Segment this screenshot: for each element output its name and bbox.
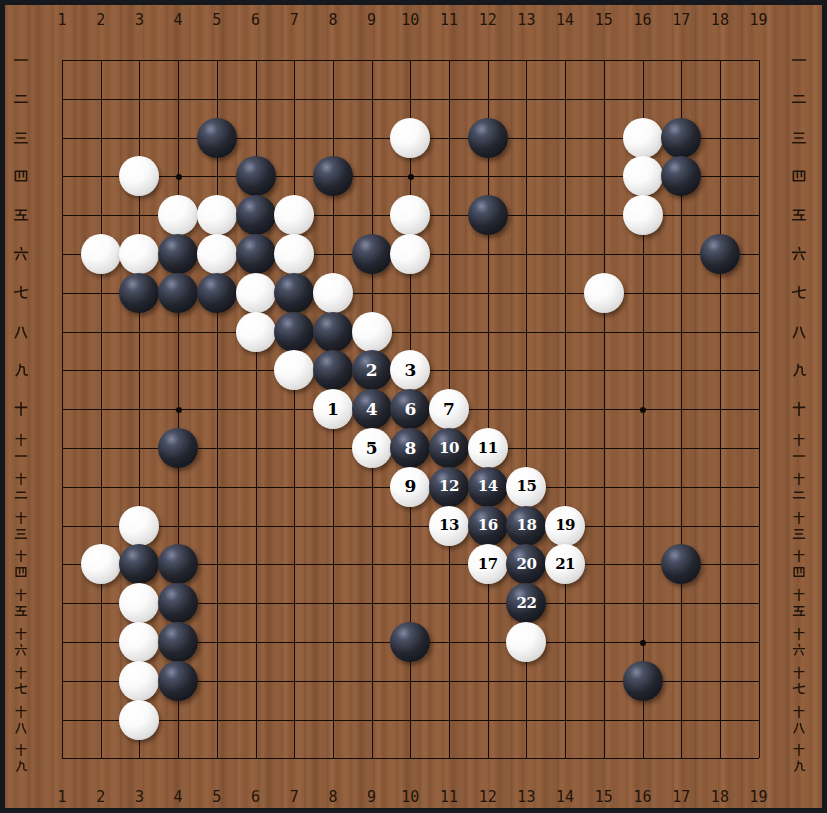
kanji-glyph [792, 604, 806, 618]
move-number-label: 20 [516, 557, 536, 572]
kanji-glyph [791, 285, 807, 301]
grid-line-row-2 [62, 99, 759, 100]
kanji-glyph [792, 449, 806, 463]
kanji-glyph [14, 472, 28, 486]
kanji-glyph [13, 168, 29, 184]
row-label-left-8 [9, 320, 33, 344]
kanji-glyph [14, 743, 28, 757]
kanji-glyph [14, 488, 28, 502]
move-16-stone-black: 16 [468, 506, 508, 546]
column-label-bottom-18: 18 [707, 785, 733, 809]
grid-line-row-1 [62, 60, 759, 61]
move-number-label: 5 [366, 440, 378, 457]
stone-white-3-13 [119, 506, 159, 546]
go-board-frame: 1122334455667788991010111112121313141415… [0, 0, 827, 813]
move-number-label: 11 [478, 441, 498, 456]
stone-white-5-6 [197, 234, 237, 274]
kanji-glyph [14, 449, 28, 463]
kanji-glyph [792, 488, 806, 502]
kanji-glyph [791, 91, 807, 107]
column-label-bottom-17: 17 [668, 785, 694, 809]
stone-black-5-3 [197, 118, 237, 158]
move-number-label: 12 [439, 479, 459, 494]
stone-black-4-15 [158, 583, 198, 623]
column-label-bottom-13: 13 [513, 785, 539, 809]
row-label-right-1 [787, 48, 811, 72]
column-label-top-1: 1 [49, 8, 75, 32]
kanji-glyph [14, 511, 28, 525]
move-11-stone-white: 11 [468, 428, 508, 468]
row-label-left-13 [9, 509, 33, 543]
row-label-right-6 [787, 242, 811, 266]
kanji-glyph [14, 565, 28, 579]
stone-black-5-7 [197, 273, 237, 313]
row-label-left-3 [9, 126, 33, 150]
move-number-label: 13 [439, 518, 459, 533]
kanji-glyph [792, 549, 806, 563]
stone-white-4-5 [158, 195, 198, 235]
column-label-bottom-14: 14 [552, 785, 578, 809]
column-label-top-6: 6 [243, 8, 269, 32]
column-label-bottom-16: 16 [630, 785, 656, 809]
row-label-left-11 [9, 431, 33, 465]
column-label-top-18: 18 [707, 8, 733, 32]
grid-line-row-19 [62, 758, 759, 759]
column-label-top-12: 12 [475, 8, 501, 32]
row-label-right-5 [787, 203, 811, 227]
kanji-glyph [13, 246, 29, 262]
row-label-left-10 [9, 397, 33, 421]
stone-black-4-7 [158, 273, 198, 313]
move-19-stone-white: 19 [545, 506, 585, 546]
stone-black-16-17 [623, 661, 663, 701]
column-label-top-11: 11 [436, 8, 462, 32]
column-label-top-2: 2 [88, 8, 114, 32]
star-point-4-4 [176, 174, 182, 180]
move-13-stone-white: 13 [429, 506, 469, 546]
kanji-glyph [13, 362, 29, 378]
stone-black-17-3 [661, 118, 701, 158]
move-number-label: 14 [478, 479, 498, 494]
kanji-glyph [791, 324, 807, 340]
move-number-label: 9 [404, 478, 416, 495]
move-14-stone-black: 14 [468, 467, 508, 507]
kanji-glyph [13, 207, 29, 223]
move-number-label: 10 [439, 441, 459, 456]
stone-black-18-6 [700, 234, 740, 274]
column-label-bottom-1: 1 [49, 785, 75, 809]
column-label-bottom-6: 6 [243, 785, 269, 809]
row-label-left-5 [9, 203, 33, 227]
kanji-glyph [791, 207, 807, 223]
star-point-4-10 [176, 407, 182, 413]
stone-black-12-5 [468, 195, 508, 235]
column-label-top-17: 17 [668, 8, 694, 32]
kanji-glyph [792, 588, 806, 602]
kanji-glyph [14, 588, 28, 602]
column-label-top-19: 19 [746, 8, 772, 32]
row-label-left-9 [9, 358, 33, 382]
star-point-16-10 [640, 407, 646, 413]
move-18-stone-black: 18 [506, 506, 546, 546]
row-label-right-18 [787, 703, 811, 737]
stone-black-7-8 [274, 312, 314, 352]
column-label-top-10: 10 [397, 8, 423, 32]
move-number-label: 8 [404, 440, 416, 457]
stone-black-4-11 [158, 428, 198, 468]
column-label-top-3: 3 [126, 8, 152, 32]
kanji-glyph [792, 627, 806, 641]
kanji-glyph [792, 759, 806, 773]
column-label-top-13: 13 [513, 8, 539, 32]
grid-line-col-19 [759, 60, 760, 758]
kanji-glyph [791, 362, 807, 378]
row-label-left-19 [9, 741, 33, 775]
row-label-right-8 [787, 320, 811, 344]
kanji-glyph [791, 130, 807, 146]
kanji-glyph [792, 472, 806, 486]
stone-white-9-8 [352, 312, 392, 352]
row-label-left-4 [9, 164, 33, 188]
kanji-glyph [14, 627, 28, 641]
kanji-glyph [14, 549, 28, 563]
stone-white-16-4 [623, 156, 663, 196]
move-number-label: 2 [366, 362, 378, 379]
move-number-label: 18 [516, 518, 536, 533]
column-label-bottom-9: 9 [359, 785, 385, 809]
column-label-bottom-5: 5 [204, 785, 230, 809]
column-label-bottom-11: 11 [436, 785, 462, 809]
row-label-left-16 [9, 625, 33, 659]
stone-white-6-7 [236, 273, 276, 313]
stone-white-7-6 [274, 234, 314, 274]
kanji-glyph [792, 527, 806, 541]
row-label-left-1 [9, 48, 33, 72]
stone-white-5-5 [197, 195, 237, 235]
stone-black-4-16 [158, 622, 198, 662]
move-number-label: 21 [555, 557, 575, 572]
kanji-glyph [792, 643, 806, 657]
column-label-bottom-8: 8 [320, 785, 346, 809]
move-number-label: 1 [327, 401, 339, 418]
grid-line-row-18 [62, 720, 759, 721]
move-number-label: 3 [404, 362, 416, 379]
row-label-right-19 [787, 741, 811, 775]
column-label-bottom-3: 3 [126, 785, 152, 809]
move-4-stone-black: 4 [352, 389, 392, 429]
kanji-glyph [13, 130, 29, 146]
kanji-glyph [14, 705, 28, 719]
kanji-glyph [14, 759, 28, 773]
star-point-16-16 [640, 640, 646, 646]
column-label-top-15: 15 [591, 8, 617, 32]
stone-black-6-6 [236, 234, 276, 274]
column-label-top-5: 5 [204, 8, 230, 32]
move-2-stone-black: 2 [352, 350, 392, 390]
column-label-bottom-12: 12 [475, 785, 501, 809]
move-17-stone-white: 17 [468, 544, 508, 584]
kanji-glyph [792, 433, 806, 447]
kanji-glyph [13, 324, 29, 340]
kanji-glyph [792, 682, 806, 696]
kanji-glyph [14, 604, 28, 618]
kanji-glyph [792, 705, 806, 719]
row-label-left-2 [9, 87, 33, 111]
row-label-left-18 [9, 703, 33, 737]
kanji-glyph [14, 433, 28, 447]
kanji-glyph [792, 666, 806, 680]
stone-white-3-17 [119, 661, 159, 701]
kanji-glyph [14, 666, 28, 680]
row-label-right-15 [787, 586, 811, 620]
row-label-left-15 [9, 586, 33, 620]
move-5-stone-white: 5 [352, 428, 392, 468]
row-label-right-17 [787, 664, 811, 698]
kanji-glyph [14, 682, 28, 696]
row-label-right-7 [787, 281, 811, 305]
move-number-label: 15 [516, 479, 536, 494]
stone-white-8-7 [313, 273, 353, 313]
row-label-left-14 [9, 547, 33, 581]
kanji-glyph [792, 511, 806, 525]
kanji-glyph [14, 643, 28, 657]
kanji-glyph [792, 721, 806, 735]
row-label-left-12 [9, 470, 33, 504]
stone-black-9-6 [352, 234, 392, 274]
column-label-top-8: 8 [320, 8, 346, 32]
stone-white-2-6 [81, 234, 121, 274]
row-label-right-13 [787, 509, 811, 543]
column-label-bottom-15: 15 [591, 785, 617, 809]
column-label-bottom-10: 10 [397, 785, 423, 809]
kanji-glyph [13, 52, 29, 68]
column-label-top-7: 7 [281, 8, 307, 32]
row-label-left-17 [9, 664, 33, 698]
move-7-stone-white: 7 [429, 389, 469, 429]
row-label-right-11 [787, 431, 811, 465]
row-label-right-16 [787, 625, 811, 659]
move-number-label: 6 [404, 401, 416, 418]
row-label-left-7 [9, 281, 33, 305]
kanji-glyph [791, 246, 807, 262]
stone-white-16-3 [623, 118, 663, 158]
kanji-glyph [14, 527, 28, 541]
move-12-stone-black: 12 [429, 467, 469, 507]
row-label-right-12 [787, 470, 811, 504]
stone-black-6-4 [236, 156, 276, 196]
row-label-left-6 [9, 242, 33, 266]
kanji-glyph [791, 168, 807, 184]
row-label-right-4 [787, 164, 811, 188]
column-label-bottom-2: 2 [88, 785, 114, 809]
column-label-bottom-4: 4 [165, 785, 191, 809]
row-label-right-9 [787, 358, 811, 382]
move-number-label: 16 [478, 518, 498, 533]
kanji-glyph [792, 565, 806, 579]
row-label-right-2 [787, 87, 811, 111]
column-label-bottom-7: 7 [281, 785, 307, 809]
stone-white-16-5 [623, 195, 663, 235]
grid-line-row-8 [62, 332, 759, 333]
move-number-label: 22 [516, 596, 536, 611]
move-number-label: 19 [555, 518, 575, 533]
stone-black-4-17 [158, 661, 198, 701]
stone-black-4-6 [158, 234, 198, 274]
stone-black-12-3 [468, 118, 508, 158]
column-label-bottom-19: 19 [746, 785, 772, 809]
stone-white-6-8 [236, 312, 276, 352]
kanji-glyph [13, 285, 29, 301]
move-15-stone-white: 15 [506, 467, 546, 507]
kanji-glyph [13, 401, 29, 417]
kanji-glyph [791, 401, 807, 417]
stone-white-10-3 [390, 118, 430, 158]
move-1-stone-white: 1 [313, 389, 353, 429]
stone-white-3-18 [119, 700, 159, 740]
move-number-label: 7 [443, 401, 455, 418]
stone-white-15-7 [584, 273, 624, 313]
row-label-right-10 [787, 397, 811, 421]
column-label-top-16: 16 [630, 8, 656, 32]
move-10-stone-black: 10 [429, 428, 469, 468]
kanji-glyph [791, 52, 807, 68]
stone-black-3-7 [119, 273, 159, 313]
grid-line-row-13 [62, 526, 759, 527]
stone-black-7-7 [274, 273, 314, 313]
stone-black-6-5 [236, 195, 276, 235]
column-label-top-14: 14 [552, 8, 578, 32]
stone-white-2-14 [81, 544, 121, 584]
column-label-top-4: 4 [165, 8, 191, 32]
column-label-top-9: 9 [359, 8, 385, 32]
move-9-stone-white: 9 [390, 467, 430, 507]
kanji-glyph [13, 91, 29, 107]
star-point-10-4 [408, 174, 414, 180]
move-number-label: 17 [478, 557, 498, 572]
row-label-right-14 [787, 547, 811, 581]
move-number-label: 4 [366, 401, 378, 418]
stone-black-8-8 [313, 312, 353, 352]
row-label-right-3 [787, 126, 811, 150]
kanji-glyph [792, 743, 806, 757]
kanji-glyph [14, 721, 28, 735]
